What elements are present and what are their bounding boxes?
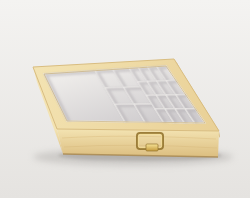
handle-pull-tab [146, 144, 158, 151]
product-photo [0, 0, 250, 198]
